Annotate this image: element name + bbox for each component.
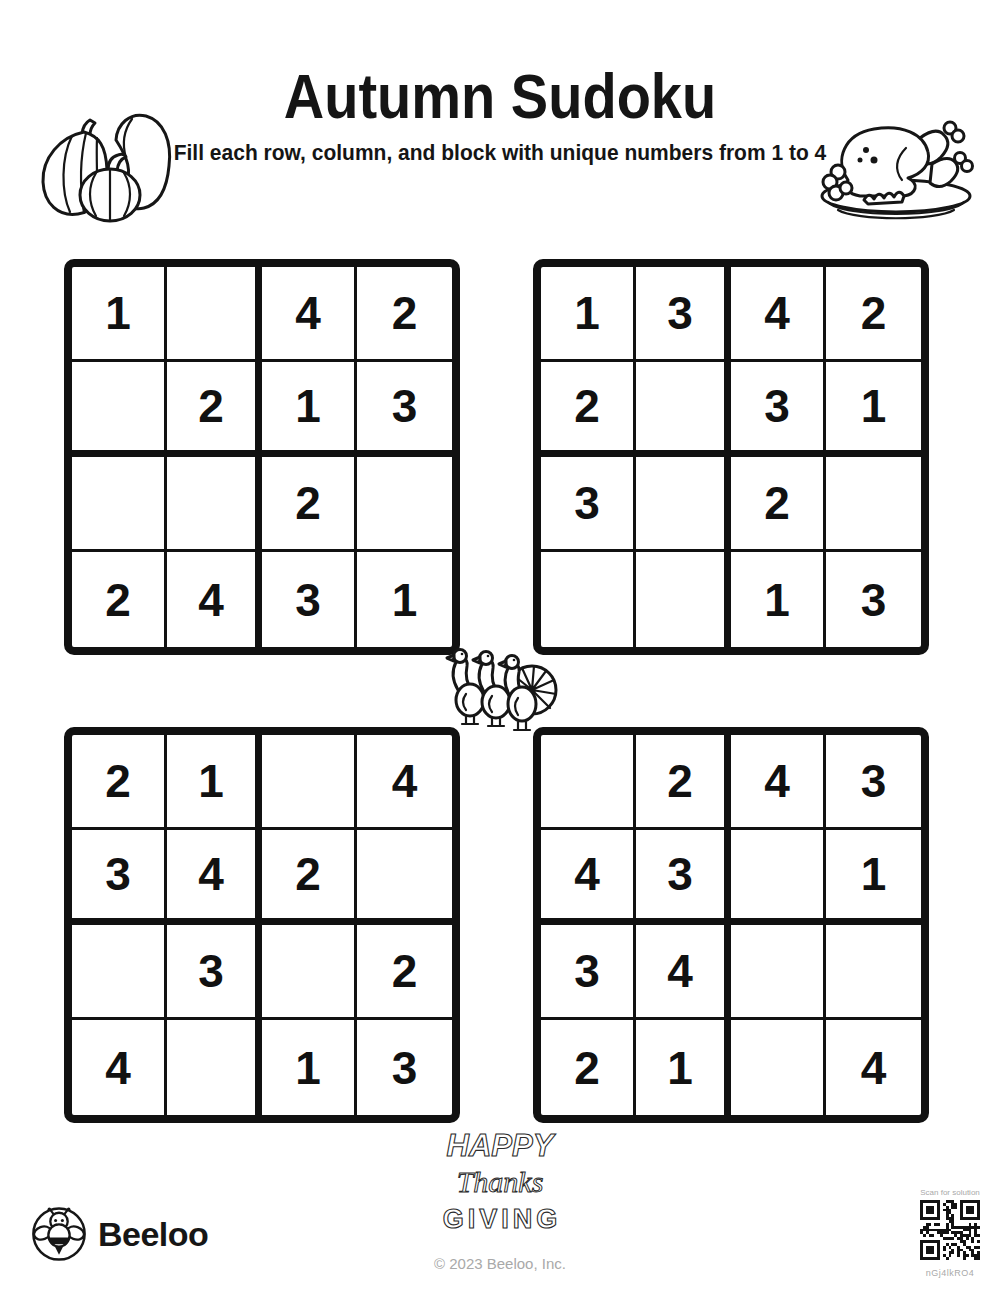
given-cell: 3 bbox=[357, 362, 452, 457]
given-cell: 4 bbox=[731, 735, 826, 830]
given-cell: 1 bbox=[826, 362, 921, 457]
given-cell: 1 bbox=[731, 552, 826, 647]
given-cell: 1 bbox=[262, 362, 357, 457]
empty-cell[interactable] bbox=[636, 457, 731, 552]
given-cell: 1 bbox=[72, 267, 167, 362]
lettering-line-2: Thanks bbox=[457, 1165, 544, 1198]
given-cell: 3 bbox=[357, 1020, 452, 1115]
empty-cell[interactable] bbox=[826, 925, 921, 1020]
given-cell: 4 bbox=[72, 1020, 167, 1115]
sudoku-grid-bottom-left: 21434232413 bbox=[64, 727, 460, 1123]
given-cell: 3 bbox=[636, 830, 731, 925]
lettering-line-3: GIVING bbox=[443, 1204, 562, 1234]
empty-cell[interactable] bbox=[731, 1020, 826, 1115]
given-cell: 3 bbox=[826, 735, 921, 830]
given-cell: 2 bbox=[826, 267, 921, 362]
given-cell: 2 bbox=[731, 457, 826, 552]
empty-cell[interactable] bbox=[636, 552, 731, 647]
given-cell: 2 bbox=[636, 735, 731, 830]
brand-name: Beeloo bbox=[98, 1215, 208, 1254]
qr-code-text: nGj4lkRO4 bbox=[912, 1268, 988, 1278]
given-cell: 2 bbox=[541, 362, 636, 457]
given-cell: 3 bbox=[826, 552, 921, 647]
pumpkins-icon bbox=[22, 100, 190, 224]
sudoku-grid-top-right: 13422313213 bbox=[533, 259, 929, 655]
qr-block: Scan for solution nGj4lkRO4 bbox=[912, 1188, 988, 1278]
given-cell: 1 bbox=[262, 1020, 357, 1115]
given-cell: 2 bbox=[357, 267, 452, 362]
empty-cell[interactable] bbox=[357, 457, 452, 552]
empty-cell[interactable] bbox=[72, 362, 167, 457]
empty-cell[interactable] bbox=[167, 457, 262, 552]
empty-cell[interactable] bbox=[731, 830, 826, 925]
given-cell: 4 bbox=[541, 830, 636, 925]
empty-cell[interactable] bbox=[167, 1020, 262, 1115]
given-cell: 2 bbox=[357, 925, 452, 1020]
turkey-platter-icon bbox=[808, 116, 980, 222]
empty-cell[interactable] bbox=[72, 457, 167, 552]
given-cell: 3 bbox=[262, 552, 357, 647]
given-cell: 4 bbox=[636, 925, 731, 1020]
lettering-line-1: HAPPY bbox=[447, 1128, 557, 1163]
empty-cell[interactable] bbox=[826, 457, 921, 552]
given-cell: 3 bbox=[541, 457, 636, 552]
empty-cell[interactable] bbox=[167, 267, 262, 362]
happy-thanksgiving-lettering: HAPPY Thanks GIVING bbox=[425, 1122, 575, 1240]
given-cell: 2 bbox=[541, 1020, 636, 1115]
given-cell: 2 bbox=[167, 362, 262, 457]
given-cell: 1 bbox=[167, 735, 262, 830]
empty-cell[interactable] bbox=[636, 362, 731, 457]
given-cell: 4 bbox=[731, 267, 826, 362]
given-cell: 4 bbox=[167, 552, 262, 647]
qr-caption: Scan for solution bbox=[912, 1188, 988, 1197]
given-cell: 3 bbox=[731, 362, 826, 457]
sudoku-grid-bottom-right: 24343134214 bbox=[533, 727, 929, 1123]
given-cell: 3 bbox=[72, 830, 167, 925]
given-cell: 3 bbox=[167, 925, 262, 1020]
empty-cell[interactable] bbox=[72, 925, 167, 1020]
given-cell: 3 bbox=[541, 925, 636, 1020]
empty-cell[interactable] bbox=[541, 735, 636, 830]
empty-cell[interactable] bbox=[262, 925, 357, 1020]
given-cell: 1 bbox=[357, 552, 452, 647]
turkeys-icon bbox=[444, 638, 564, 733]
qr-code bbox=[920, 1200, 980, 1260]
given-cell: 2 bbox=[262, 457, 357, 552]
empty-cell[interactable] bbox=[262, 735, 357, 830]
copyright-text: © 2023 Beeloo, Inc. bbox=[0, 1255, 1000, 1272]
empty-cell[interactable] bbox=[541, 552, 636, 647]
given-cell: 4 bbox=[357, 735, 452, 830]
empty-cell[interactable] bbox=[357, 830, 452, 925]
given-cell: 1 bbox=[636, 1020, 731, 1115]
sudoku-grid-top-left: 14221322431 bbox=[64, 259, 460, 655]
empty-cell[interactable] bbox=[731, 925, 826, 1020]
given-cell: 2 bbox=[262, 830, 357, 925]
given-cell: 3 bbox=[636, 267, 731, 362]
given-cell: 4 bbox=[826, 1020, 921, 1115]
worksheet-page: Autumn Sudoku Fill each row, column, and… bbox=[0, 0, 1000, 1294]
given-cell: 4 bbox=[167, 830, 262, 925]
given-cell: 2 bbox=[72, 552, 167, 647]
given-cell: 2 bbox=[72, 735, 167, 830]
given-cell: 4 bbox=[262, 267, 357, 362]
given-cell: 1 bbox=[826, 830, 921, 925]
given-cell: 1 bbox=[541, 267, 636, 362]
